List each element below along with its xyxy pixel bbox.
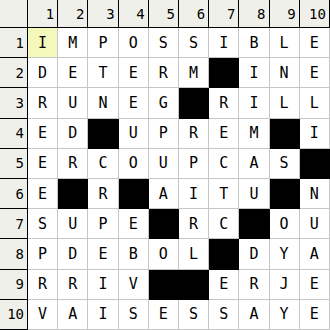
grid-cell-r8c6[interactable]: L [179,239,209,269]
grid-cell-r3c2[interactable]: U [58,88,88,118]
grid-cell-r8c3[interactable]: E [88,239,118,269]
grid-cell-r4c8[interactable]: M [239,119,269,149]
grid-cell-r2c4[interactable]: E [119,58,149,88]
grid-cell-r1c7[interactable]: I [209,28,239,58]
grid-cell-r10c3[interactable]: I [88,300,118,330]
grid-cell-r5c3[interactable]: C [88,149,118,179]
grid-cell-r4c1[interactable]: E [28,119,58,149]
grid-cell-r2c8[interactable]: I [239,58,269,88]
block-cell-r6c9 [270,179,300,209]
grid-cell-r7c3[interactable]: P [88,209,118,239]
grid-cell-r1c9[interactable]: L [270,28,300,58]
grid-cell-r9c10[interactable]: E [300,270,330,300]
grid-cell-r5c1[interactable]: E [28,149,58,179]
grid-cell-r10c1[interactable]: V [28,300,58,330]
grid-cell-r1c8[interactable]: B [239,28,269,58]
grid-cell-r6c3[interactable]: R [88,179,118,209]
grid-cell-r10c7[interactable]: S [209,300,239,330]
grid-cell-r10c10[interactable]: E [300,300,330,330]
grid-cell-r4c7[interactable]: E [209,119,239,149]
row-header-1: 1 [0,28,28,58]
grid-cell-r9c9[interactable]: J [270,270,300,300]
grid-cell-r1c4[interactable]: O [119,28,149,58]
grid-cell-r9c1[interactable]: R [28,270,58,300]
grid-cell-r2c6[interactable]: M [179,58,209,88]
block-cell-r3c6 [179,88,209,118]
grid-cell-r2c2[interactable]: E [58,58,88,88]
grid-cell-r4c10[interactable]: I [300,119,330,149]
block-cell-r4c9 [270,119,300,149]
row-header-3: 3 [0,88,28,118]
grid-cell-r5c9[interactable]: S [270,149,300,179]
block-cell-r7c8 [239,209,269,239]
grid-cell-r8c8[interactable]: D [239,239,269,269]
grid-cell-r4c5[interactable]: P [149,119,179,149]
col-header-3: 3 [88,0,118,28]
block-cell-r6c2 [58,179,88,209]
grid-cell-r1c6[interactable]: S [179,28,209,58]
col-header-10: 10 [300,0,330,28]
grid-cell-r9c2[interactable]: R [58,270,88,300]
grid-cell-r4c2[interactable]: D [58,119,88,149]
grid-cell-r3c4[interactable]: E [119,88,149,118]
row-header-6: 6 [0,179,28,209]
row-header-4: 4 [0,119,28,149]
grid-cell-r3c1[interactable]: R [28,88,58,118]
col-header-7: 7 [209,0,239,28]
grid-cell-r1c3[interactable]: P [88,28,118,58]
grid-cell-r1c5[interactable]: S [149,28,179,58]
corner-cell [0,0,28,28]
grid-cell-r8c2[interactable]: D [58,239,88,269]
block-cell-r2c7 [209,58,239,88]
block-cell-r7c5 [149,209,179,239]
row-header-2: 2 [0,58,28,88]
block-cell-r9c6 [179,270,209,300]
grid-cell-r1c1[interactable]: I [28,28,58,58]
grid-cell-r7c7[interactable]: C [209,209,239,239]
grid-cell-r2c3[interactable]: T [88,58,118,88]
block-cell-r5c10 [300,149,330,179]
block-cell-r8c7 [209,239,239,269]
col-header-5: 5 [149,0,179,28]
grid-cell-r4c4[interactable]: U [119,119,149,149]
grid-cell-r8c1[interactable]: P [28,239,58,269]
grid-cell-r2c9[interactable]: N [270,58,300,88]
grid-cell-r7c10[interactable]: U [300,209,330,239]
grid-cell-r6c1[interactable]: E [28,179,58,209]
grid-cell-r2c1[interactable]: D [28,58,58,88]
grid-cell-r7c9[interactable]: O [270,209,300,239]
col-header-2: 2 [58,0,88,28]
grid-cell-r7c1[interactable]: S [28,209,58,239]
row-header-10: 10 [0,300,28,330]
grid-cell-r5c7[interactable]: C [209,149,239,179]
grid-cell-r7c6[interactable]: R [179,209,209,239]
row-header-7: 7 [0,209,28,239]
grid-cell-r5c5[interactable]: U [149,149,179,179]
grid-cell-r5c4[interactable]: O [119,149,149,179]
grid-cell-r6c10[interactable]: N [300,179,330,209]
grid-cell-r9c7[interactable]: E [209,270,239,300]
grid-cell-r10c6[interactable]: S [179,300,209,330]
grid-cell-r10c2[interactable]: A [58,300,88,330]
grid-cell-r3c10[interactable]: L [300,88,330,118]
grid-cell-r8c5[interactable]: O [149,239,179,269]
block-cell-r9c5 [149,270,179,300]
grid-cell-r3c8[interactable]: I [239,88,269,118]
grid-cell-r1c2[interactable]: M [58,28,88,58]
grid-cell-r10c4[interactable]: S [119,300,149,330]
grid-cell-r10c5[interactable]: E [149,300,179,330]
grid-cell-r6c6[interactable]: I [179,179,209,209]
col-header-1: 1 [28,0,58,28]
grid-cell-r3c5[interactable]: G [149,88,179,118]
grid-cell-r9c4[interactable]: V [119,270,149,300]
block-cell-r4c3 [88,119,118,149]
col-header-8: 8 [239,0,269,28]
row-header-5: 5 [0,149,28,179]
grid-cell-r9c8[interactable]: R [239,270,269,300]
grid-cell-r5c2[interactable]: R [58,149,88,179]
grid-cell-r6c5[interactable]: A [149,179,179,209]
grid-cell-r7c4[interactable]: E [119,209,149,239]
row-header-8: 8 [0,239,28,269]
grid-cell-r1c10[interactable]: E [300,28,330,58]
grid-cell-r3c9[interactable]: L [270,88,300,118]
col-header-4: 4 [119,0,149,28]
grid-cell-r2c5[interactable]: R [149,58,179,88]
grid-cell-r8c4[interactable]: B [119,239,149,269]
block-cell-r6c4 [119,179,149,209]
grid-cell-r6c7[interactable]: T [209,179,239,209]
grid-cell-r2c10[interactable]: E [300,58,330,88]
grid-cell-r4c6[interactable]: R [179,119,209,149]
col-header-9: 9 [270,0,300,28]
grid-cell-r3c7[interactable]: R [209,88,239,118]
grid-cell-r6c8[interactable]: U [239,179,269,209]
grid-cell-r5c8[interactable]: A [239,149,269,179]
grid-cell-r8c10[interactable]: A [300,239,330,269]
grid-cell-r7c2[interactable]: U [58,209,88,239]
crossword-board: 123456789101IMPOSSIBLE2DETERMINE3RUNEGRI… [0,0,330,330]
row-header-9: 9 [0,270,28,300]
grid-cell-r3c3[interactable]: N [88,88,118,118]
grid-cell-r8c9[interactable]: Y [270,239,300,269]
grid-cell-r9c3[interactable]: I [88,270,118,300]
grid-cell-r10c8[interactable]: A [239,300,269,330]
grid-cell-r10c9[interactable]: Y [270,300,300,330]
col-header-6: 6 [179,0,209,28]
grid-cell-r5c6[interactable]: P [179,149,209,179]
